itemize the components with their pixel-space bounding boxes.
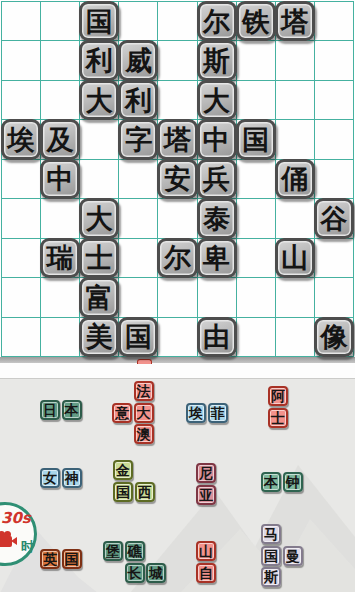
placed-tile[interactable]: 埃	[1, 119, 41, 159]
grid-cell[interactable]: 国	[80, 2, 119, 41]
tray-tile-a-shi[interactable]: 阿	[268, 386, 288, 406]
grid-cell[interactable]	[41, 318, 80, 357]
grid-cell[interactable]: 像	[315, 318, 354, 357]
tray-tile-ni-ya[interactable]: 尼	[196, 463, 216, 483]
grid-cell[interactable]	[237, 278, 276, 317]
placed-tile[interactable]: 国	[79, 1, 119, 41]
placed-tile[interactable]: 铁	[236, 1, 276, 41]
grid-cell[interactable]	[315, 278, 354, 317]
grid-cell[interactable]: 斯	[198, 41, 237, 80]
tray-tile-ai-fei[interactable]: 菲	[208, 403, 228, 423]
grid-cell[interactable]	[119, 199, 158, 238]
placed-tile[interactable]: 尔	[197, 1, 237, 41]
grid-cell[interactable]: 尔	[158, 239, 197, 278]
grid-cell[interactable]	[2, 160, 41, 199]
grid-cell[interactable]	[119, 239, 158, 278]
grid-cell[interactable]: 士	[80, 239, 119, 278]
grid-cell[interactable]	[315, 41, 354, 80]
placed-tile[interactable]: 中	[197, 119, 237, 159]
grid-cell[interactable]	[2, 278, 41, 317]
placed-tile[interactable]: 大	[79, 80, 119, 120]
placed-tile[interactable]: 及	[40, 119, 80, 159]
tray-tile-bao-jiao-chang-cheng[interactable]: 长	[125, 563, 145, 583]
grid-cell[interactable]: 利	[80, 41, 119, 80]
tray-tile-ma-guo-man-si[interactable]: 斯	[261, 567, 281, 587]
placed-tile[interactable]: 谷	[314, 198, 354, 238]
grid-cell[interactable]: 塔	[158, 120, 197, 159]
placed-tile[interactable]: 塔	[157, 119, 197, 159]
grid-cell[interactable]	[315, 2, 354, 41]
grid-cell[interactable]: 瑞	[41, 239, 80, 278]
tray-tile-shan-zi[interactable]: 山	[196, 541, 216, 561]
grid-cell[interactable]: 大	[80, 199, 119, 238]
grid-cell[interactable]: 国	[119, 318, 158, 357]
tray-tile-nv-shen[interactable]: 女	[40, 468, 60, 488]
tray-tile-a-shi[interactable]: 士	[268, 408, 288, 428]
grid-cell[interactable]	[237, 160, 276, 199]
grid-cell[interactable]	[276, 41, 315, 80]
placed-tile[interactable]: 利	[79, 40, 119, 80]
grid-cell[interactable]: 兵	[198, 160, 237, 199]
placed-tile[interactable]: 俑	[275, 159, 315, 199]
grid-cell[interactable]	[41, 199, 80, 238]
placed-tile[interactable]: 瑞	[40, 238, 80, 278]
tray-tile-nv-shen[interactable]: 神	[62, 468, 82, 488]
placed-tile[interactable]: 富	[79, 277, 119, 317]
grid-cell[interactable]: 威	[119, 41, 158, 80]
grid-cell[interactable]	[2, 2, 41, 41]
grid-cell[interactable]: 字	[119, 120, 158, 159]
grid-cell[interactable]	[80, 160, 119, 199]
placed-tile[interactable]: 尔	[157, 238, 197, 278]
grid-cell[interactable]	[41, 2, 80, 41]
grid-cell[interactable]	[158, 41, 197, 80]
tray-tile-ma-guo-man-si[interactable]: 国	[261, 546, 281, 566]
grid-cell[interactable]: 铁	[237, 2, 276, 41]
grid-cell[interactable]: 美	[80, 318, 119, 357]
grid-cell[interactable]	[315, 239, 354, 278]
grid-cell[interactable]	[276, 318, 315, 357]
tray-tile-ni-ya[interactable]: 亚	[196, 485, 216, 505]
grid-cell[interactable]	[119, 160, 158, 199]
timer-label: 30s	[1, 509, 31, 527]
placed-tile[interactable]: 斯	[197, 40, 237, 80]
grid-cell[interactable]: 中	[41, 160, 80, 199]
tray-tile-jin-guo-xi[interactable]: 西	[135, 482, 155, 502]
tray-tile-fa-yi-da-ao[interactable]: 澳	[134, 424, 154, 444]
grid-cell[interactable]	[158, 81, 197, 120]
placed-tile[interactable]: 卑	[197, 238, 237, 278]
tray-tile-ma-guo-man-si[interactable]: 马	[261, 524, 281, 544]
grid-cell[interactable]	[237, 239, 276, 278]
game-screen: 国尔铁塔利威斯大利大埃及字塔中国中安兵俑大泰谷瑞士尔卑山富美国由像 30s 时 …	[0, 0, 355, 592]
placed-tile[interactable]: 大	[79, 198, 119, 238]
placed-tile[interactable]: 美	[79, 317, 119, 357]
grid-cell[interactable]	[315, 81, 354, 120]
grid-cell[interactable]	[237, 81, 276, 120]
placed-tile[interactable]: 中	[40, 159, 80, 199]
grid-cell[interactable]: 卑	[198, 239, 237, 278]
grid-cell[interactable]	[158, 318, 197, 357]
placed-tile[interactable]: 塔	[275, 1, 315, 41]
grid-cell[interactable]	[276, 199, 315, 238]
grid-cell[interactable]: 利	[119, 81, 158, 120]
grid-cell[interactable]: 由	[198, 318, 237, 357]
grid-cell[interactable]	[237, 41, 276, 80]
placed-tile[interactable]: 大	[197, 80, 237, 120]
tray-tile-bao-jiao-chang-cheng[interactable]: 礁	[125, 541, 145, 561]
grid-cell[interactable]: 及	[41, 120, 80, 159]
grid-cell[interactable]	[2, 199, 41, 238]
timer-suffix-label: 时	[21, 538, 34, 556]
grid-cell[interactable]	[41, 41, 80, 80]
tray-tile-ma-guo-man-si[interactable]: 曼	[283, 546, 303, 566]
placed-tile[interactable]: 像	[314, 317, 354, 357]
tray-tile-shan-zi[interactable]: 自	[196, 563, 216, 583]
crossword-grid: 国尔铁塔利威斯大利大埃及字塔中国中安兵俑大泰谷瑞士尔卑山富美国由像	[1, 1, 354, 357]
grid-cell[interactable]	[315, 120, 354, 159]
placed-tile[interactable]: 泰	[197, 198, 237, 238]
grid-cell[interactable]	[119, 2, 158, 41]
tray-tile-ying-guo[interactable]: 英	[40, 549, 60, 569]
tray-tile-ying-guo[interactable]: 国	[62, 549, 82, 569]
board-tray-gap	[0, 363, 355, 378]
grid-cell[interactable]: 中	[198, 120, 237, 159]
grid-cell[interactable]	[119, 278, 158, 317]
placed-tile[interactable]: 安	[157, 159, 197, 199]
grid-cell[interactable]: 埃	[2, 120, 41, 159]
grid-cell[interactable]: 泰	[198, 199, 237, 238]
grid-cell[interactable]	[276, 278, 315, 317]
placed-tile[interactable]: 国	[118, 317, 158, 357]
video-camera-icon	[0, 532, 20, 548]
grid-cell[interactable]: 尔	[198, 2, 237, 41]
grid-cell[interactable]: 塔	[276, 2, 315, 41]
grid-cell[interactable]	[2, 318, 41, 357]
grid-cell[interactable]	[315, 160, 354, 199]
obscured-tile-peek	[137, 359, 152, 364]
grid-cell[interactable]	[237, 318, 276, 357]
tray-tile-ri-ben[interactable]: 日	[40, 400, 60, 420]
tray-tile-ai-fei[interactable]: 埃	[186, 403, 206, 423]
grid-cell[interactable]: 俑	[276, 160, 315, 199]
tray-tile-jin-guo-xi[interactable]: 金	[113, 460, 133, 480]
grid-cell[interactable]: 大	[198, 81, 237, 120]
grid-cell[interactable]	[41, 81, 80, 120]
grid-cell[interactable]: 大	[80, 81, 119, 120]
grid-cell[interactable]: 谷	[315, 199, 354, 238]
grid-cell[interactable]: 富	[80, 278, 119, 317]
tray-tile-ben-zhong[interactable]: 本	[261, 472, 281, 492]
placed-tile[interactable]: 国	[236, 119, 276, 159]
tray-tile-jin-guo-xi[interactable]: 国	[113, 482, 133, 502]
grid-cell[interactable]	[198, 278, 237, 317]
grid-cell[interactable]	[158, 2, 197, 41]
placed-tile[interactable]: 山	[275, 238, 315, 278]
grid-cell[interactable]	[2, 81, 41, 120]
grid-cell[interactable]: 安	[158, 160, 197, 199]
tray-tile-ben-zhong[interactable]: 钟	[283, 472, 303, 492]
grid-cell[interactable]	[158, 199, 197, 238]
placed-tile[interactable]: 字	[118, 119, 158, 159]
grid-cell[interactable]: 国	[237, 120, 276, 159]
placed-tile[interactable]: 利	[118, 80, 158, 120]
placed-tile[interactable]: 兵	[197, 159, 237, 199]
tray-tile-fa-yi-da-ao[interactable]: 意	[112, 403, 132, 423]
tray-tile-bao-jiao-chang-cheng[interactable]: 城	[146, 563, 166, 583]
tray-tile-fa-yi-da-ao[interactable]: 大	[134, 403, 154, 423]
grid-cell[interactable]	[276, 81, 315, 120]
tray-tile-bao-jiao-chang-cheng[interactable]: 堡	[103, 541, 123, 561]
grid-cell[interactable]	[41, 278, 80, 317]
placed-tile[interactable]: 由	[197, 317, 237, 357]
grid-cell[interactable]	[2, 239, 41, 278]
placed-tile[interactable]: 士	[79, 238, 119, 278]
grid-cell[interactable]	[2, 41, 41, 80]
tray-tile-ri-ben[interactable]: 本	[62, 400, 82, 420]
grid-cell[interactable]: 山	[276, 239, 315, 278]
grid-cell[interactable]	[80, 120, 119, 159]
placed-tile[interactable]: 威	[118, 40, 158, 80]
tray-tile-fa-yi-da-ao[interactable]: 法	[134, 381, 154, 401]
grid-cell[interactable]	[276, 120, 315, 159]
grid-cell[interactable]	[237, 199, 276, 238]
grid-cell[interactable]	[158, 278, 197, 317]
